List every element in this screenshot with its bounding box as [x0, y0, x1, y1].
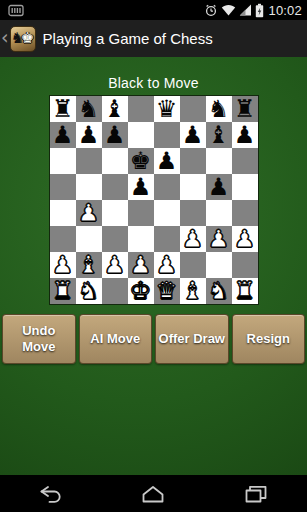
black-rook: ♜: [52, 96, 74, 122]
square-c2[interactable]: ♟: [102, 252, 128, 278]
black-bishop: ♝: [208, 122, 230, 148]
white-pawn: ♟: [208, 226, 230, 252]
square-e4[interactable]: [154, 200, 180, 226]
square-b8[interactable]: ♞: [76, 96, 102, 122]
app-icon-king-glyph: ♚: [21, 31, 34, 46]
square-g1[interactable]: ♞: [206, 278, 232, 304]
white-rook: ♜: [52, 278, 74, 304]
square-h4[interactable]: [232, 200, 258, 226]
black-pawn: ♟: [182, 122, 204, 148]
square-b7[interactable]: ♟: [76, 122, 102, 148]
square-a3[interactable]: [50, 226, 76, 252]
square-a8[interactable]: ♜: [50, 96, 76, 122]
square-g5[interactable]: ♟: [206, 174, 232, 200]
black-pawn: ♟: [234, 122, 256, 148]
square-h2[interactable]: [232, 252, 258, 278]
white-pawn: ♟: [130, 252, 152, 278]
square-e6[interactable]: ♟: [154, 148, 180, 174]
square-f4[interactable]: [180, 200, 206, 226]
nav-recents-icon[interactable]: [236, 481, 276, 507]
action-button-row: Undo Move AI Move Offer Draw Resign: [0, 314, 307, 364]
nav-home-icon[interactable]: [133, 481, 173, 507]
square-f3[interactable]: ♟: [180, 226, 206, 252]
white-pawn: ♟: [78, 200, 100, 226]
black-pawn: ♟: [52, 122, 74, 148]
turn-indicator: Black to Move: [108, 75, 199, 91]
square-g4[interactable]: [206, 200, 232, 226]
app-icon: ♞ ♚: [10, 26, 36, 52]
wifi-icon: [221, 4, 236, 16]
square-e3[interactable]: [154, 226, 180, 252]
page-title: Playing a Game of Chess: [43, 30, 213, 47]
square-c1[interactable]: [102, 278, 128, 304]
square-e8[interactable]: ♛: [154, 96, 180, 122]
square-e1[interactable]: ♛: [154, 278, 180, 304]
black-pawn: ♟: [156, 148, 178, 174]
white-pawn: ♟: [52, 252, 74, 278]
square-h8[interactable]: ♜: [232, 96, 258, 122]
black-king: ♚: [130, 148, 152, 174]
square-a1[interactable]: ♜: [50, 278, 76, 304]
square-e7[interactable]: [154, 122, 180, 148]
phone-screen: 10:02 ‹ ♞ ♚ Playing a Game of Chess Blac…: [0, 0, 307, 512]
white-bishop: ♝: [78, 252, 100, 278]
square-b1[interactable]: ♞: [76, 278, 102, 304]
square-a5[interactable]: [50, 174, 76, 200]
square-f6[interactable]: [180, 148, 206, 174]
square-c3[interactable]: [102, 226, 128, 252]
back-chevron-icon[interactable]: ‹: [1, 28, 9, 47]
square-a2[interactable]: ♟: [50, 252, 76, 278]
black-pawn: ♟: [130, 174, 152, 200]
turn-row: Black to Move: [0, 57, 307, 96]
notification-bars-icon: [8, 4, 24, 17]
square-b6[interactable]: [76, 148, 102, 174]
square-h3[interactable]: ♟: [232, 226, 258, 252]
square-d7[interactable]: [128, 122, 154, 148]
offer-draw-button[interactable]: Offer Draw: [155, 314, 229, 364]
black-bishop: ♝: [104, 96, 126, 122]
android-nav-bar: [0, 475, 307, 512]
white-king: ♚: [130, 278, 152, 304]
square-e5[interactable]: [154, 174, 180, 200]
white-rook: ♜: [234, 278, 256, 304]
square-a4[interactable]: [50, 200, 76, 226]
white-knight: ♞: [208, 278, 230, 304]
square-f5[interactable]: [180, 174, 206, 200]
square-f7[interactable]: ♟: [180, 122, 206, 148]
square-h6[interactable]: [232, 148, 258, 174]
white-bishop: ♝: [182, 278, 204, 304]
square-d3[interactable]: [128, 226, 154, 252]
cell-signal-icon: [239, 4, 252, 16]
alarm-icon: [204, 4, 218, 17]
clock-time: 10:02: [268, 3, 302, 18]
square-b3[interactable]: [76, 226, 102, 252]
status-bar: 10:02: [0, 0, 307, 20]
square-d4[interactable]: [128, 200, 154, 226]
square-d6[interactable]: ♚: [128, 148, 154, 174]
nav-back-icon[interactable]: [31, 481, 71, 507]
square-a6[interactable]: [50, 148, 76, 174]
square-f1[interactable]: ♝: [180, 278, 206, 304]
square-g6[interactable]: [206, 148, 232, 174]
white-pawn: ♟: [234, 226, 256, 252]
square-c5[interactable]: [102, 174, 128, 200]
square-h1[interactable]: ♜: [232, 278, 258, 304]
square-h5[interactable]: [232, 174, 258, 200]
chess-board[interactable]: ♜♞♝♛♞♜♟♟♟♟♝♟♚♟♟♟♟♟♟♟♟♝♟♟♟♜♞♚♛♝♞♜: [50, 96, 258, 304]
square-g8[interactable]: ♞: [206, 96, 232, 122]
square-g7[interactable]: ♝: [206, 122, 232, 148]
white-knight: ♞: [78, 278, 100, 304]
resign-button[interactable]: Resign: [232, 314, 306, 364]
square-d1[interactable]: ♚: [128, 278, 154, 304]
black-rook: ♜: [234, 96, 256, 122]
black-pawn: ♟: [208, 174, 230, 200]
white-queen: ♛: [156, 278, 178, 304]
square-b4[interactable]: ♟: [76, 200, 102, 226]
square-c6[interactable]: [102, 148, 128, 174]
square-d8[interactable]: [128, 96, 154, 122]
ai-move-button[interactable]: AI Move: [79, 314, 153, 364]
square-d2[interactable]: ♟: [128, 252, 154, 278]
square-f2[interactable]: [180, 252, 206, 278]
title-bar: ‹ ♞ ♚ Playing a Game of Chess: [0, 20, 307, 57]
square-b2[interactable]: ♝: [76, 252, 102, 278]
white-pawn: ♟: [104, 252, 126, 278]
black-knight: ♞: [78, 96, 100, 122]
square-c7[interactable]: ♟: [102, 122, 128, 148]
square-b5[interactable]: [76, 174, 102, 200]
black-queen: ♛: [156, 96, 178, 122]
square-f8[interactable]: [180, 96, 206, 122]
white-pawn: ♟: [156, 252, 178, 278]
square-c4[interactable]: [102, 200, 128, 226]
square-c8[interactable]: ♝: [102, 96, 128, 122]
square-h7[interactable]: ♟: [232, 122, 258, 148]
square-g2[interactable]: [206, 252, 232, 278]
square-d5[interactable]: ♟: [128, 174, 154, 200]
battery-charging-icon: [255, 3, 264, 18]
black-knight: ♞: [208, 96, 230, 122]
white-pawn: ♟: [182, 226, 204, 252]
black-pawn: ♟: [78, 122, 100, 148]
square-e2[interactable]: ♟: [154, 252, 180, 278]
square-a7[interactable]: ♟: [50, 122, 76, 148]
game-area: Black to Move ♜♞♝♛♞♜♟♟♟♟♝♟♚♟♟♟♟♟♟♟♟♝♟♟♟♜…: [0, 57, 307, 475]
square-g3[interactable]: ♟: [206, 226, 232, 252]
black-pawn: ♟: [104, 122, 126, 148]
undo-move-button[interactable]: Undo Move: [2, 314, 76, 364]
